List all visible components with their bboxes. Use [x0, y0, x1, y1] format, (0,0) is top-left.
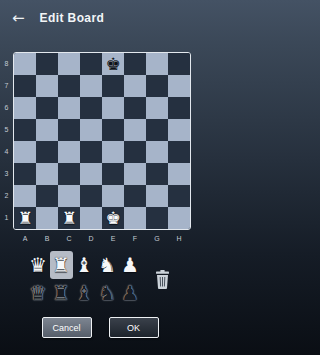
square-f4[interactable]	[124, 141, 146, 163]
file-label-f: F	[124, 235, 146, 242]
square-f6[interactable]	[124, 97, 146, 119]
trash-button[interactable]	[152, 266, 174, 292]
square-g1[interactable]	[146, 207, 168, 229]
board: ♚♜♜♚	[13, 52, 191, 230]
black-knight-icon: ♞	[98, 279, 116, 307]
black-queen-palette-button[interactable]: ♛	[27, 279, 50, 307]
board-area: 87654321 ♚♜♜♚	[0, 52, 200, 230]
square-e7[interactable]	[102, 75, 124, 97]
square-b2[interactable]	[36, 185, 58, 207]
square-d6[interactable]	[80, 97, 102, 119]
trash-can-icon	[155, 270, 170, 289]
square-a1[interactable]: ♜	[14, 207, 36, 229]
square-a3[interactable]	[14, 163, 36, 185]
file-label-b: B	[36, 235, 58, 242]
square-g3[interactable]	[146, 163, 168, 185]
black-bishop-palette-button[interactable]: ♝	[73, 279, 96, 307]
palette-rows: ♛♜♝♞♟♛♜♝♞♟	[27, 251, 142, 307]
rank-label-2: 2	[0, 184, 13, 206]
header: ← Edit Board	[0, 0, 200, 36]
white-rook-palette-button[interactable]: ♜	[50, 251, 73, 279]
square-d3[interactable]	[80, 163, 102, 185]
square-a8[interactable]	[14, 53, 36, 75]
square-b7[interactable]	[36, 75, 58, 97]
back-arrow-icon[interactable]: ←	[12, 11, 25, 26]
white-king: ♚	[105, 207, 120, 229]
black-king: ♚	[105, 53, 120, 75]
piece-palette: ♛♜♝♞♟♛♜♝♞♟	[0, 251, 200, 307]
square-d4[interactable]	[80, 141, 102, 163]
square-c6[interactable]	[58, 97, 80, 119]
square-c2[interactable]	[58, 185, 80, 207]
square-c4[interactable]	[58, 141, 80, 163]
file-labels: ABCDEFGH	[14, 235, 200, 242]
square-f2[interactable]	[124, 185, 146, 207]
rank-label-6: 6	[0, 96, 13, 118]
file-label-c: C	[58, 235, 80, 242]
square-e6[interactable]	[102, 97, 124, 119]
square-g6[interactable]	[146, 97, 168, 119]
file-label-a: A	[14, 235, 36, 242]
square-c1[interactable]: ♜	[58, 207, 80, 229]
square-d2[interactable]	[80, 185, 102, 207]
white-rook: ♜	[17, 207, 32, 229]
footer: Cancel OK	[0, 317, 200, 338]
square-b8[interactable]	[36, 53, 58, 75]
white-rook: ♜	[61, 207, 76, 229]
file-label-g: G	[146, 235, 168, 242]
square-g7[interactable]	[146, 75, 168, 97]
square-c5[interactable]	[58, 119, 80, 141]
square-b3[interactable]	[36, 163, 58, 185]
white-queen-icon: ♛	[29, 251, 47, 279]
square-a4[interactable]	[14, 141, 36, 163]
rank-label-5: 5	[0, 118, 13, 140]
square-e3[interactable]	[102, 163, 124, 185]
square-h4[interactable]	[168, 141, 190, 163]
square-d7[interactable]	[80, 75, 102, 97]
square-a5[interactable]	[14, 119, 36, 141]
square-f1[interactable]	[124, 207, 146, 229]
cancel-button[interactable]: Cancel	[42, 317, 92, 338]
white-bishop-palette-button[interactable]: ♝	[73, 251, 96, 279]
square-h8[interactable]	[168, 53, 190, 75]
square-g2[interactable]	[146, 185, 168, 207]
edit-board-screen: ← Edit Board 87654321 ♚♜♜♚ ABCDEFGH ♛♜♝♞…	[0, 0, 200, 355]
black-rook-icon: ♜	[52, 279, 70, 307]
rank-label-4: 4	[0, 140, 13, 162]
square-b4[interactable]	[36, 141, 58, 163]
black-pawn-palette-button[interactable]: ♟	[119, 279, 142, 307]
square-c8[interactable]	[58, 53, 80, 75]
square-e4[interactable]	[102, 141, 124, 163]
white-piece-row: ♛♜♝♞♟	[27, 251, 142, 279]
square-e1[interactable]: ♚	[102, 207, 124, 229]
white-queen-palette-button[interactable]: ♛	[27, 251, 50, 279]
square-f8[interactable]	[124, 53, 146, 75]
black-bishop-icon: ♝	[75, 279, 93, 307]
page-title: Edit Board	[40, 11, 105, 25]
square-e8[interactable]: ♚	[102, 53, 124, 75]
rank-label-3: 3	[0, 162, 13, 184]
square-f7[interactable]	[124, 75, 146, 97]
black-queen-icon: ♛	[29, 279, 47, 307]
square-h2[interactable]	[168, 185, 190, 207]
black-rook-palette-button[interactable]: ♜	[50, 279, 73, 307]
square-g4[interactable]	[146, 141, 168, 163]
square-c3[interactable]	[58, 163, 80, 185]
white-pawn-icon: ♟	[121, 251, 139, 279]
square-d8[interactable]	[80, 53, 102, 75]
square-e5[interactable]	[102, 119, 124, 141]
square-h6[interactable]	[168, 97, 190, 119]
rank-label-1: 1	[0, 206, 13, 228]
square-g5[interactable]	[146, 119, 168, 141]
rank-label-7: 7	[0, 74, 13, 96]
file-label-e: E	[102, 235, 124, 242]
square-c7[interactable]	[58, 75, 80, 97]
white-rook-icon: ♜	[52, 251, 70, 279]
square-b1[interactable]	[36, 207, 58, 229]
square-h3[interactable]	[168, 163, 190, 185]
square-a6[interactable]	[14, 97, 36, 119]
file-label-d: D	[80, 235, 102, 242]
square-d5[interactable]	[80, 119, 102, 141]
square-b6[interactable]	[36, 97, 58, 119]
black-piece-row: ♛♜♝♞♟	[27, 279, 142, 307]
white-bishop-icon: ♝	[75, 251, 93, 279]
square-d1[interactable]	[80, 207, 102, 229]
black-knight-palette-button[interactable]: ♞	[96, 279, 119, 307]
ok-button[interactable]: OK	[109, 317, 159, 338]
square-h5[interactable]	[168, 119, 190, 141]
square-h7[interactable]	[168, 75, 190, 97]
square-a2[interactable]	[14, 185, 36, 207]
square-g8[interactable]	[146, 53, 168, 75]
white-pawn-palette-button[interactable]: ♟	[119, 251, 142, 279]
white-knight-palette-button[interactable]: ♞	[96, 251, 119, 279]
square-f5[interactable]	[124, 119, 146, 141]
square-b5[interactable]	[36, 119, 58, 141]
square-e2[interactable]	[102, 185, 124, 207]
white-knight-icon: ♞	[98, 251, 116, 279]
rank-label-8: 8	[0, 52, 13, 74]
file-label-h: H	[168, 235, 190, 242]
black-pawn-icon: ♟	[121, 279, 139, 307]
rank-labels: 87654321	[0, 52, 13, 230]
square-f3[interactable]	[124, 163, 146, 185]
square-a7[interactable]	[14, 75, 36, 97]
square-h1[interactable]	[168, 207, 190, 229]
